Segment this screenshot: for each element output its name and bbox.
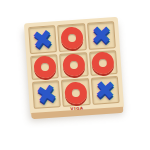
x-piece[interactable]: ✖ bbox=[31, 26, 55, 54]
tic-tac-toe-board: ✖✖✖✖ VIGA bbox=[24, 17, 124, 115]
cell-r2c2[interactable] bbox=[59, 52, 88, 78]
cell-r2c1[interactable] bbox=[30, 54, 59, 80]
product-photo-background: ✖✖✖✖ VIGA bbox=[0, 0, 150, 150]
o-piece[interactable] bbox=[60, 26, 83, 49]
x-piece[interactable]: ✖ bbox=[91, 23, 112, 48]
o-piece[interactable] bbox=[91, 51, 114, 74]
cell-r3c2[interactable] bbox=[61, 78, 90, 107]
cell-r1c3[interactable]: ✖ bbox=[87, 21, 116, 50]
o-piece[interactable] bbox=[62, 53, 85, 76]
o-piece[interactable] bbox=[64, 81, 87, 104]
cell-r2c3[interactable] bbox=[89, 50, 118, 76]
cell-r1c1[interactable]: ✖ bbox=[28, 25, 57, 54]
x-piece[interactable]: ✖ bbox=[94, 77, 116, 103]
cell-r3c3[interactable]: ✖ bbox=[91, 76, 120, 105]
cell-r1c2[interactable] bbox=[57, 23, 86, 52]
ttt-grid: ✖✖✖✖ bbox=[28, 21, 119, 107]
cell-r3c1[interactable]: ✖ bbox=[32, 80, 61, 109]
x-piece[interactable]: ✖ bbox=[34, 80, 60, 109]
o-piece[interactable] bbox=[33, 55, 56, 78]
